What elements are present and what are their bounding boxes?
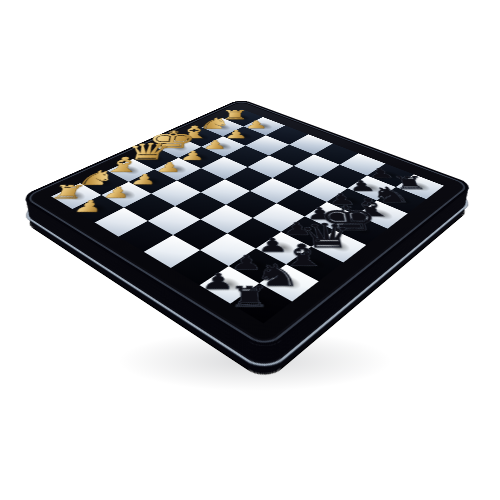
scene: ♜♟♟♜♞♟♟♞♝♟♟♝♚♟♟♚♛♟♟♛♝♟♟♝♞♟♟♞♜♟♟♜ bbox=[0, 0, 500, 500]
white-pawn: ♟ bbox=[71, 198, 105, 214]
board-grid: ♜♟♟♜♞♟♟♞♝♟♟♝♚♟♟♚♛♟♟♛♝♟♟♝♞♟♟♞♜♟♟♜ bbox=[51, 109, 444, 323]
black-rook: ♜ bbox=[228, 283, 272, 312]
chess-board-box: ♜♟♟♜♞♟♟♞♝♟♟♝♚♟♟♚♛♟♟♛♝♟♟♝♞♟♟♞♜♟♟♜ bbox=[24, 119, 470, 381]
board-frame: ♜♟♟♜♞♟♟♞♝♟♟♝♚♟♟♚♛♟♟♛♝♟♟♝♞♟♟♞♜♟♟♜ bbox=[19, 99, 475, 353]
product-photo: ♜♟♟♜♞♟♟♞♝♟♟♝♚♟♟♚♛♟♟♛♝♟♟♝♞♟♟♞♜♟♟♜ bbox=[0, 0, 500, 500]
